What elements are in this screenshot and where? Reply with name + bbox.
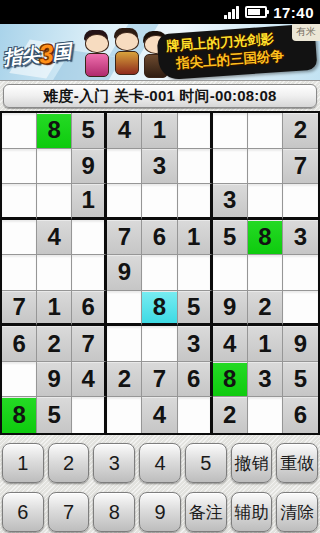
cell-r9c2[interactable]: 5 bbox=[37, 397, 72, 433]
cell-r9c5[interactable]: 4 bbox=[142, 397, 177, 433]
cell-r5c6[interactable] bbox=[178, 255, 213, 291]
redo-button[interactable]: 重做 bbox=[276, 443, 318, 483]
clear-button[interactable]: 清除 bbox=[276, 492, 318, 532]
cell-r3c7[interactable]: 3 bbox=[213, 184, 248, 220]
cell-r8c7[interactable]: 8 bbox=[213, 362, 248, 398]
key-2[interactable]: 2 bbox=[48, 443, 90, 483]
cell-r6c2[interactable]: 1 bbox=[37, 291, 72, 327]
cell-r6c9[interactable] bbox=[283, 291, 318, 327]
cell-r1c5[interactable]: 1 bbox=[142, 113, 177, 149]
cell-r4c9[interactable]: 3 bbox=[283, 220, 318, 256]
cell-r1c2[interactable]: 8 bbox=[37, 113, 72, 149]
cell-r8c3[interactable]: 4 bbox=[72, 362, 107, 398]
cell-r7c6[interactable]: 3 bbox=[178, 326, 213, 362]
cell-r3c4[interactable] bbox=[107, 184, 142, 220]
cell-r3c5[interactable] bbox=[142, 184, 177, 220]
keypad-row-1: 12345撤销重做 bbox=[2, 443, 318, 483]
key-3[interactable]: 3 bbox=[93, 443, 135, 483]
cell-r2c4[interactable] bbox=[107, 149, 142, 185]
status-bar: 17:40 bbox=[0, 0, 320, 24]
cell-r1c4[interactable]: 4 bbox=[107, 113, 142, 149]
cell-r4c5[interactable]: 6 bbox=[142, 220, 177, 256]
cell-r9c7[interactable]: 2 bbox=[213, 397, 248, 433]
cell-r6c3[interactable]: 6 bbox=[72, 291, 107, 327]
cell-r2c7[interactable] bbox=[213, 149, 248, 185]
notes-button[interactable]: 备注 bbox=[185, 492, 227, 532]
cell-r7c9[interactable]: 9 bbox=[283, 326, 318, 362]
cell-r7c5[interactable] bbox=[142, 326, 177, 362]
cell-r3c9[interactable] bbox=[283, 184, 318, 220]
cell-r4c1[interactable] bbox=[2, 220, 37, 256]
status-clock: 17:40 bbox=[273, 4, 314, 21]
app-screen: 17:40 指尖3国 牌局上的刀光剑影 指尖上的三国纷争 有米 难度-入门 关卡… bbox=[0, 0, 320, 533]
cell-r7c4[interactable] bbox=[107, 326, 142, 362]
cell-r6c8[interactable]: 2 bbox=[248, 291, 283, 327]
cell-r5c4[interactable]: 9 bbox=[107, 255, 142, 291]
cell-r5c7[interactable] bbox=[213, 255, 248, 291]
cell-r1c1[interactable] bbox=[2, 113, 37, 149]
cell-r7c2[interactable]: 2 bbox=[37, 326, 72, 362]
banner-character-2 bbox=[112, 28, 140, 76]
battery-icon bbox=[245, 6, 267, 18]
cell-r2c6[interactable] bbox=[178, 149, 213, 185]
cell-r2c1[interactable] bbox=[2, 149, 37, 185]
cell-r3c2[interactable] bbox=[37, 184, 72, 220]
cell-r8c5[interactable]: 7 bbox=[142, 362, 177, 398]
cell-r6c5[interactable]: 8 bbox=[142, 291, 177, 327]
sudoku-board: 8541293713476158397168592627341994276835… bbox=[0, 111, 320, 435]
cell-r7c7[interactable]: 4 bbox=[213, 326, 248, 362]
cell-r2c5[interactable]: 3 bbox=[142, 149, 177, 185]
cell-r4c4[interactable]: 7 bbox=[107, 220, 142, 256]
game-info-bar[interactable]: 难度-入门 关卡-001 时间-00:08:08 bbox=[3, 84, 317, 108]
cell-r8c4[interactable]: 2 bbox=[107, 362, 142, 398]
cell-r3c1[interactable] bbox=[2, 184, 37, 220]
cell-r3c6[interactable] bbox=[178, 184, 213, 220]
undo-button[interactable]: 撤销 bbox=[231, 443, 273, 483]
cell-r5c8[interactable] bbox=[248, 255, 283, 291]
signal-icon bbox=[224, 6, 239, 19]
cell-r8c8[interactable]: 3 bbox=[248, 362, 283, 398]
ad-network-watermark: 有米 bbox=[292, 24, 320, 41]
cell-r1c9[interactable]: 2 bbox=[283, 113, 318, 149]
cell-r1c8[interactable] bbox=[248, 113, 283, 149]
cell-r9c8[interactable] bbox=[248, 397, 283, 433]
cell-r7c1[interactable]: 6 bbox=[2, 326, 37, 362]
keypad: 12345撤销重做 6789备注辅助清除 bbox=[0, 435, 320, 533]
cell-r2c2[interactable] bbox=[37, 149, 72, 185]
cell-r2c3[interactable]: 9 bbox=[72, 149, 107, 185]
cell-r4c2[interactable]: 4 bbox=[37, 220, 72, 256]
key-5[interactable]: 5 bbox=[185, 443, 227, 483]
cell-r1c3[interactable]: 5 bbox=[72, 113, 107, 149]
cell-r5c3[interactable] bbox=[72, 255, 107, 291]
cell-r9c4[interactable] bbox=[107, 397, 142, 433]
cell-r4c7[interactable]: 5 bbox=[213, 220, 248, 256]
cell-r4c3[interactable] bbox=[72, 220, 107, 256]
key-7[interactable]: 7 bbox=[48, 492, 90, 532]
key-1[interactable]: 1 bbox=[2, 443, 44, 483]
cell-r6c4[interactable] bbox=[107, 291, 142, 327]
cell-r9c3[interactable] bbox=[72, 397, 107, 433]
cell-r8c9[interactable]: 5 bbox=[283, 362, 318, 398]
cell-r8c1[interactable] bbox=[2, 362, 37, 398]
cell-r9c9[interactable]: 6 bbox=[283, 397, 318, 433]
key-8[interactable]: 8 bbox=[93, 492, 135, 532]
cell-r6c1[interactable]: 7 bbox=[2, 291, 37, 327]
cell-r5c5[interactable] bbox=[142, 255, 177, 291]
cell-r4c6[interactable]: 1 bbox=[178, 220, 213, 256]
cell-r8c2[interactable]: 9 bbox=[37, 362, 72, 398]
keypad-row-2: 6789备注辅助清除 bbox=[2, 492, 318, 532]
cell-r6c7[interactable]: 9 bbox=[213, 291, 248, 327]
cell-r1c6[interactable] bbox=[178, 113, 213, 149]
banner-character-1 bbox=[82, 30, 110, 78]
cell-r3c8[interactable] bbox=[248, 184, 283, 220]
cell-r7c3[interactable]: 7 bbox=[72, 326, 107, 362]
cell-r9c1[interactable]: 8 bbox=[2, 397, 37, 433]
cell-r5c1[interactable] bbox=[2, 255, 37, 291]
cell-r1c7[interactable] bbox=[213, 113, 248, 149]
assist-button[interactable]: 辅助 bbox=[231, 492, 273, 532]
cell-r5c9[interactable] bbox=[283, 255, 318, 291]
cell-r7c8[interactable]: 1 bbox=[248, 326, 283, 362]
info-bar-wrap: 难度-入门 关卡-001 时间-00:08:08 bbox=[0, 81, 320, 111]
cell-r5c2[interactable] bbox=[37, 255, 72, 291]
cell-r9c6[interactable] bbox=[178, 397, 213, 433]
cell-r4c8[interactable]: 8 bbox=[248, 220, 283, 256]
key-9[interactable]: 9 bbox=[139, 492, 181, 532]
cell-r3c3[interactable]: 1 bbox=[72, 184, 107, 220]
cell-r2c9[interactable]: 7 bbox=[283, 149, 318, 185]
cell-r6c6[interactable]: 5 bbox=[178, 291, 213, 327]
key-4[interactable]: 4 bbox=[139, 443, 181, 483]
cell-r2c8[interactable] bbox=[248, 149, 283, 185]
cell-r8c6[interactable]: 6 bbox=[178, 362, 213, 398]
key-6[interactable]: 6 bbox=[2, 492, 44, 532]
ad-banner[interactable]: 指尖3国 牌局上的刀光剑影 指尖上的三国纷争 有米 bbox=[0, 24, 320, 81]
